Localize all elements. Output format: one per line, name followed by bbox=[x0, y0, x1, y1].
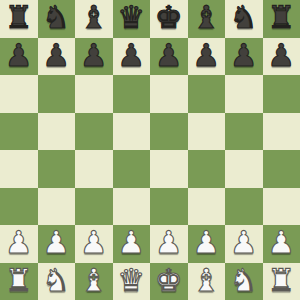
square-e4[interactable] bbox=[150, 150, 188, 188]
piece-black-queen[interactable]: ♛ bbox=[117, 2, 145, 33]
square-e8[interactable]: ♚ bbox=[150, 0, 188, 38]
square-h1[interactable]: ♜ bbox=[263, 263, 301, 300]
square-b4[interactable] bbox=[38, 150, 76, 188]
square-f5[interactable] bbox=[188, 113, 226, 151]
square-e5[interactable] bbox=[150, 113, 188, 151]
square-d8[interactable]: ♛ bbox=[113, 0, 151, 38]
square-b7[interactable]: ♟ bbox=[38, 38, 76, 76]
piece-white-queen[interactable]: ♛ bbox=[117, 265, 145, 296]
square-a2[interactable]: ♟ bbox=[0, 225, 38, 263]
piece-black-pawn[interactable]: ♟ bbox=[5, 40, 33, 71]
square-b6[interactable] bbox=[38, 75, 76, 113]
piece-white-knight[interactable]: ♞ bbox=[42, 265, 70, 296]
square-h2[interactable]: ♟ bbox=[263, 225, 301, 263]
square-d2[interactable]: ♟ bbox=[113, 225, 151, 263]
square-g6[interactable] bbox=[225, 75, 263, 113]
piece-black-king[interactable]: ♚ bbox=[155, 2, 183, 33]
piece-white-bishop[interactable]: ♝ bbox=[192, 265, 220, 296]
piece-white-pawn[interactable]: ♟ bbox=[230, 227, 258, 258]
piece-black-pawn[interactable]: ♟ bbox=[230, 40, 258, 71]
square-e1[interactable]: ♚ bbox=[150, 263, 188, 300]
square-c7[interactable]: ♟ bbox=[75, 38, 113, 76]
piece-white-pawn[interactable]: ♟ bbox=[5, 227, 33, 258]
square-g1[interactable]: ♞ bbox=[225, 263, 263, 300]
piece-black-bishop[interactable]: ♝ bbox=[80, 2, 108, 33]
square-d6[interactable] bbox=[113, 75, 151, 113]
chess-board: ♜♞♝♛♚♝♞♜♟♟♟♟♟♟♟♟♟♟♟♟♟♟♟♟♜♞♝♛♚♝♞♜ bbox=[0, 0, 300, 300]
square-c2[interactable]: ♟ bbox=[75, 225, 113, 263]
piece-black-knight[interactable]: ♞ bbox=[230, 2, 258, 33]
piece-black-pawn[interactable]: ♟ bbox=[267, 40, 295, 71]
square-a1[interactable]: ♜ bbox=[0, 263, 38, 300]
square-b1[interactable]: ♞ bbox=[38, 263, 76, 300]
square-g5[interactable] bbox=[225, 113, 263, 151]
square-a4[interactable] bbox=[0, 150, 38, 188]
square-h5[interactable] bbox=[263, 113, 301, 151]
square-h6[interactable] bbox=[263, 75, 301, 113]
square-b5[interactable] bbox=[38, 113, 76, 151]
square-h3[interactable] bbox=[263, 188, 301, 226]
square-e7[interactable]: ♟ bbox=[150, 38, 188, 76]
piece-white-pawn[interactable]: ♟ bbox=[267, 227, 295, 258]
square-h4[interactable] bbox=[263, 150, 301, 188]
square-f6[interactable] bbox=[188, 75, 226, 113]
square-e3[interactable] bbox=[150, 188, 188, 226]
square-c8[interactable]: ♝ bbox=[75, 0, 113, 38]
square-a6[interactable] bbox=[0, 75, 38, 113]
piece-black-pawn[interactable]: ♟ bbox=[155, 40, 183, 71]
piece-white-king[interactable]: ♚ bbox=[155, 265, 183, 296]
square-b2[interactable]: ♟ bbox=[38, 225, 76, 263]
piece-black-pawn[interactable]: ♟ bbox=[117, 40, 145, 71]
piece-white-pawn[interactable]: ♟ bbox=[192, 227, 220, 258]
square-h7[interactable]: ♟ bbox=[263, 38, 301, 76]
square-f3[interactable] bbox=[188, 188, 226, 226]
square-d4[interactable] bbox=[113, 150, 151, 188]
square-h8[interactable]: ♜ bbox=[263, 0, 301, 38]
square-e2[interactable]: ♟ bbox=[150, 225, 188, 263]
square-d7[interactable]: ♟ bbox=[113, 38, 151, 76]
square-c6[interactable] bbox=[75, 75, 113, 113]
piece-white-pawn[interactable]: ♟ bbox=[155, 227, 183, 258]
square-f4[interactable] bbox=[188, 150, 226, 188]
square-d3[interactable] bbox=[113, 188, 151, 226]
square-a3[interactable] bbox=[0, 188, 38, 226]
square-c5[interactable] bbox=[75, 113, 113, 151]
square-c3[interactable] bbox=[75, 188, 113, 226]
square-c1[interactable]: ♝ bbox=[75, 263, 113, 300]
square-g7[interactable]: ♟ bbox=[225, 38, 263, 76]
square-f2[interactable]: ♟ bbox=[188, 225, 226, 263]
square-g3[interactable] bbox=[225, 188, 263, 226]
square-f8[interactable]: ♝ bbox=[188, 0, 226, 38]
piece-white-rook[interactable]: ♜ bbox=[5, 265, 33, 296]
piece-white-pawn[interactable]: ♟ bbox=[117, 227, 145, 258]
square-g8[interactable]: ♞ bbox=[225, 0, 263, 38]
piece-black-pawn[interactable]: ♟ bbox=[42, 40, 70, 71]
piece-white-knight[interactable]: ♞ bbox=[230, 265, 258, 296]
piece-black-bishop[interactable]: ♝ bbox=[192, 2, 220, 33]
square-d5[interactable] bbox=[113, 113, 151, 151]
square-b8[interactable]: ♞ bbox=[38, 0, 76, 38]
square-e6[interactable] bbox=[150, 75, 188, 113]
square-g2[interactable]: ♟ bbox=[225, 225, 263, 263]
square-a7[interactable]: ♟ bbox=[0, 38, 38, 76]
square-a8[interactable]: ♜ bbox=[0, 0, 38, 38]
piece-black-knight[interactable]: ♞ bbox=[42, 2, 70, 33]
square-a5[interactable] bbox=[0, 113, 38, 151]
piece-black-pawn[interactable]: ♟ bbox=[192, 40, 220, 71]
piece-white-pawn[interactable]: ♟ bbox=[80, 227, 108, 258]
piece-black-pawn[interactable]: ♟ bbox=[80, 40, 108, 71]
piece-black-rook[interactable]: ♜ bbox=[5, 2, 33, 33]
piece-white-pawn[interactable]: ♟ bbox=[42, 227, 70, 258]
square-g4[interactable] bbox=[225, 150, 263, 188]
square-c4[interactable] bbox=[75, 150, 113, 188]
square-d1[interactable]: ♛ bbox=[113, 263, 151, 300]
piece-white-bishop[interactable]: ♝ bbox=[80, 265, 108, 296]
square-f1[interactable]: ♝ bbox=[188, 263, 226, 300]
piece-black-rook[interactable]: ♜ bbox=[267, 2, 295, 33]
square-f7[interactable]: ♟ bbox=[188, 38, 226, 76]
piece-white-rook[interactable]: ♜ bbox=[267, 265, 295, 296]
square-b3[interactable] bbox=[38, 188, 76, 226]
